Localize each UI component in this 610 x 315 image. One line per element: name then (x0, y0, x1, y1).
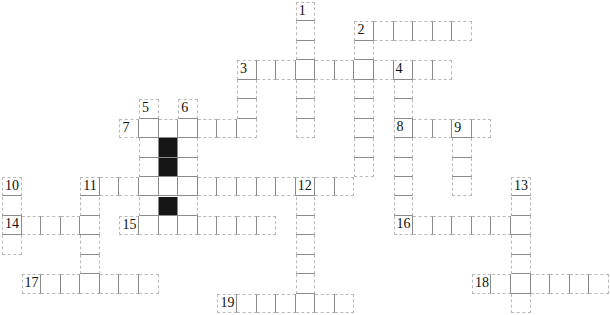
cell-r6c8[interactable] (159, 119, 179, 138)
cell-r14c15[interactable] (296, 274, 316, 293)
cell-r12c26[interactable] (511, 235, 531, 254)
cell-r12c15[interactable] (296, 235, 316, 254)
cell-r14c28[interactable] (550, 274, 570, 293)
cell-r15c26[interactable] (511, 294, 531, 313)
cell-r11c22[interactable] (433, 216, 453, 235)
cell-r9c20[interactable] (394, 177, 414, 196)
cell-r14c3[interactable] (61, 274, 81, 293)
cell-r11c23[interactable] (452, 216, 472, 235)
cell-r6c18[interactable] (354, 119, 374, 138)
cell-r3c15[interactable] (296, 60, 316, 79)
cell-r4c18[interactable] (354, 80, 374, 99)
cell-r15c15[interactable] (296, 294, 316, 313)
cell-r7c9[interactable] (178, 138, 198, 157)
cell-r14c29[interactable] (570, 274, 590, 293)
cell-r14c27[interactable] (531, 274, 551, 293)
cell-r13c26[interactable] (511, 255, 531, 274)
cell-r11c6[interactable]: 15 (119, 216, 139, 235)
clue-number: 11 (83, 178, 96, 193)
cell-r9c8[interactable] (159, 177, 179, 196)
cell-r11c2[interactable] (41, 216, 61, 235)
cell-r9c13[interactable] (257, 177, 277, 196)
cell-r3c18[interactable] (354, 60, 374, 79)
clue-number: 16 (397, 216, 411, 231)
clue-number: 9 (454, 120, 461, 135)
cell-r12c0[interactable] (2, 235, 22, 254)
cell-r15c16[interactable] (315, 294, 335, 313)
cell-r1c15[interactable] (296, 21, 316, 40)
clue-number: 2 (357, 22, 364, 37)
cell-r3c12[interactable]: 3 (237, 60, 257, 79)
cell-r3c20[interactable]: 4 (394, 60, 414, 79)
cell-r11c11[interactable] (217, 216, 237, 235)
clue-number: 10 (5, 178, 19, 193)
cell-r9c12[interactable] (237, 177, 257, 196)
cell-r6c10[interactable] (198, 119, 218, 138)
blocked-cell (159, 158, 179, 177)
clue-number: 12 (298, 178, 312, 193)
cell-r8c23[interactable] (452, 158, 472, 177)
clue-number: 19 (220, 295, 234, 310)
cell-r11c10[interactable] (198, 216, 218, 235)
cell-r4c15[interactable] (296, 80, 316, 99)
cell-r11c24[interactable] (472, 216, 492, 235)
cell-r8c9[interactable] (178, 158, 198, 177)
cell-r1c20[interactable] (394, 21, 414, 40)
cell-r3c13[interactable] (257, 60, 277, 79)
cell-r6c9[interactable] (178, 119, 198, 138)
cell-r13c15[interactable] (296, 255, 316, 274)
clue-number: 14 (5, 216, 19, 231)
cell-r7c20[interactable] (394, 138, 414, 157)
blocked-cell (159, 138, 179, 157)
cell-r8c7[interactable] (139, 158, 159, 177)
cell-r9c9[interactable] (178, 177, 198, 196)
cell-r11c3[interactable] (61, 216, 81, 235)
cell-r10c26[interactable] (511, 197, 531, 216)
cell-r11c21[interactable] (413, 216, 433, 235)
cell-r8c20[interactable] (394, 158, 414, 177)
cell-r5c15[interactable] (296, 99, 316, 118)
cell-r9c17[interactable] (335, 177, 355, 196)
cell-r6c21[interactable] (413, 119, 433, 138)
blocked-cell (159, 197, 179, 216)
cell-r11c0[interactable]: 14 (2, 216, 22, 235)
clue-number: 8 (397, 119, 404, 134)
cell-r9c26[interactable]: 13 (511, 177, 531, 196)
cell-r11c9[interactable] (178, 216, 198, 235)
clue-number: 1 (299, 3, 306, 18)
cell-r9c7[interactable] (139, 177, 159, 196)
cell-r13c4[interactable] (80, 255, 100, 274)
cell-r5c9[interactable]: 6 (178, 99, 198, 118)
cell-r11c15[interactable] (296, 216, 316, 235)
cell-r1c21[interactable] (413, 21, 433, 40)
cell-r6c20[interactable]: 8 (394, 119, 414, 138)
cell-r5c18[interactable] (354, 99, 374, 118)
cell-r2c15[interactable] (296, 41, 316, 60)
clue-number: 15 (122, 217, 136, 232)
cell-r11c7[interactable] (139, 216, 159, 235)
cell-r10c20[interactable] (394, 197, 414, 216)
cell-r14c24[interactable]: 18 (472, 274, 492, 293)
cell-r3c16[interactable] (315, 60, 335, 79)
cell-r7c23[interactable] (452, 138, 472, 157)
cell-r10c9[interactable] (178, 197, 198, 216)
cell-r1c18[interactable]: 2 (354, 21, 374, 40)
cell-r3c14[interactable] (276, 60, 296, 79)
cell-r6c22[interactable] (433, 119, 453, 138)
cell-r5c12[interactable] (237, 99, 257, 118)
cell-r14c30[interactable] (589, 274, 609, 293)
cell-r11c13[interactable] (257, 216, 277, 235)
cell-r1c23[interactable] (452, 21, 472, 40)
cell-r9c10[interactable] (198, 177, 218, 196)
cell-r3c22[interactable] (433, 60, 453, 79)
clue-number: 18 (475, 275, 489, 290)
cell-r10c4[interactable] (80, 197, 100, 216)
cell-r11c20[interactable]: 16 (394, 216, 414, 235)
cell-r14c26[interactable] (511, 274, 531, 293)
cell-r14c4[interactable] (80, 274, 100, 293)
cell-r11c12[interactable] (237, 216, 257, 235)
cell-r4c20[interactable] (394, 80, 414, 99)
cell-r9c11[interactable] (217, 177, 237, 196)
cell-r12c4[interactable] (80, 235, 100, 254)
cell-r6c24[interactable] (472, 119, 492, 138)
cell-r14c7[interactable] (139, 274, 159, 293)
cell-r6c12[interactable] (237, 119, 257, 138)
cell-r15c14[interactable] (276, 294, 296, 313)
cell-r9c0[interactable]: 10 (2, 177, 22, 196)
cell-r15c13[interactable] (257, 294, 277, 313)
cell-r9c4[interactable]: 11 (80, 177, 100, 196)
clue-number: 17 (25, 275, 39, 290)
cell-r7c7[interactable] (139, 138, 159, 157)
cell-r11c1[interactable] (22, 216, 42, 235)
cell-r11c8[interactable] (159, 216, 179, 235)
cell-r5c20[interactable] (394, 99, 414, 118)
cell-r9c23[interactable] (452, 177, 472, 196)
cell-r11c26[interactable] (511, 216, 531, 235)
cell-r9c5[interactable] (100, 177, 120, 196)
clue-number: 4 (396, 61, 403, 76)
cell-r1c19[interactable] (374, 21, 394, 40)
cell-r10c15[interactable] (296, 197, 316, 216)
cell-r6c15[interactable] (296, 119, 316, 138)
cell-r10c7[interactable] (139, 197, 159, 216)
cell-r5c7[interactable]: 5 (139, 99, 159, 118)
cell-r3c21[interactable] (413, 60, 433, 79)
clue-number: 5 (142, 100, 149, 115)
cell-r4c12[interactable] (237, 80, 257, 99)
cell-r2c18[interactable] (354, 41, 374, 60)
cell-r9c14[interactable] (276, 177, 296, 196)
cell-r10c0[interactable] (2, 197, 22, 216)
cell-r1c22[interactable] (433, 21, 453, 40)
clue-number: 13 (514, 178, 528, 193)
cell-r11c25[interactable] (492, 216, 512, 235)
cell-r14c2[interactable] (41, 274, 61, 293)
cell-r14c25[interactable] (492, 274, 512, 293)
clue-number: 3 (240, 61, 247, 76)
crossword-grid: 12345678910111213141516171819 (0, 0, 610, 315)
cell-r3c17[interactable] (335, 60, 355, 79)
cell-r9c15[interactable]: 12 (296, 177, 316, 196)
cell-r14c5[interactable] (100, 274, 120, 293)
cell-r6c11[interactable] (217, 119, 237, 138)
cell-r0c15[interactable]: 1 (296, 2, 316, 21)
cell-r9c16[interactable] (315, 177, 335, 196)
clue-number: 7 (122, 120, 129, 135)
cell-r8c18[interactable] (354, 158, 374, 177)
cell-r14c1[interactable]: 17 (22, 274, 42, 293)
cell-r15c12[interactable] (237, 294, 257, 313)
cell-r6c23[interactable]: 9 (452, 119, 472, 138)
cell-r9c6[interactable] (119, 177, 139, 196)
cell-r6c6[interactable]: 7 (119, 119, 139, 138)
cell-r6c7[interactable] (139, 119, 159, 138)
cell-r15c17[interactable] (335, 294, 355, 313)
cell-r7c18[interactable] (354, 138, 374, 157)
cell-r14c6[interactable] (119, 274, 139, 293)
cell-r11c4[interactable] (80, 216, 100, 235)
clue-number: 6 (181, 100, 188, 115)
cell-r15c11[interactable]: 19 (217, 294, 237, 313)
cell-r3c19[interactable] (374, 60, 394, 79)
